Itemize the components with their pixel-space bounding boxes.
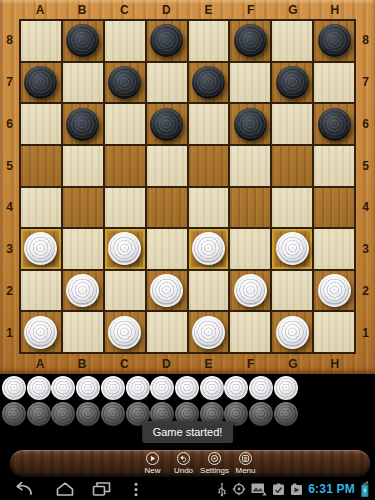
square-h6[interactable] — [314, 104, 354, 144]
square-b2[interactable] — [63, 271, 103, 311]
square-g5[interactable] — [272, 146, 312, 186]
white-man-c3[interactable] — [108, 232, 141, 265]
square-c7[interactable] — [105, 63, 145, 103]
square-g8[interactable] — [272, 21, 312, 61]
square-g3[interactable] — [272, 229, 312, 269]
square-f5[interactable] — [230, 146, 270, 186]
square-c3[interactable] — [105, 229, 145, 269]
square-e4[interactable] — [189, 188, 229, 228]
rank-label-4: 4 — [0, 187, 19, 229]
rank-label-1: 1 — [0, 312, 19, 354]
white-man-e3[interactable] — [192, 232, 225, 265]
square-h4[interactable] — [314, 188, 354, 228]
overflow-icon[interactable] — [133, 482, 139, 497]
square-d3[interactable] — [147, 229, 187, 269]
square-g4[interactable] — [272, 188, 312, 228]
file-label-g: G — [272, 354, 314, 374]
black-man-f8[interactable] — [234, 24, 267, 57]
install-check-icon — [272, 483, 285, 496]
square-h1[interactable] — [314, 312, 354, 352]
square-f3[interactable] — [230, 229, 270, 269]
square-a5[interactable] — [21, 146, 61, 186]
square-h7[interactable] — [314, 63, 354, 103]
square-b3[interactable] — [63, 229, 103, 269]
white-man-a1[interactable] — [24, 316, 57, 349]
undo-button[interactable]: Undo — [168, 452, 199, 475]
recents-icon[interactable] — [90, 481, 114, 497]
toast-message: Game started! — [142, 421, 234, 443]
square-d6[interactable] — [147, 104, 187, 144]
tray-white-piece — [224, 376, 248, 400]
black-man-f6[interactable] — [234, 108, 267, 141]
settings-icon — [208, 452, 221, 465]
white-man-e1[interactable] — [192, 316, 225, 349]
black-man-d8[interactable] — [150, 24, 183, 57]
black-man-a7[interactable] — [24, 66, 57, 99]
back-icon[interactable] — [11, 481, 35, 497]
tray-white-piece — [126, 376, 150, 400]
square-e2[interactable] — [189, 271, 229, 311]
square-g6[interactable] — [272, 104, 312, 144]
tray-gray-piece — [51, 402, 75, 426]
file-label-c: C — [103, 0, 145, 19]
square-h3[interactable] — [314, 229, 354, 269]
white-man-h2[interactable] — [318, 274, 351, 307]
settings-button-label: Settings — [200, 466, 229, 475]
rank-labels-right: 87654321 — [356, 19, 375, 354]
square-b1[interactable] — [63, 312, 103, 352]
square-e6[interactable] — [189, 104, 229, 144]
square-f2[interactable] — [230, 271, 270, 311]
square-f7[interactable] — [230, 63, 270, 103]
black-man-h6[interactable] — [318, 108, 351, 141]
clock-text: 6:31 PM — [308, 482, 355, 496]
file-label-e: E — [188, 354, 230, 374]
square-c2[interactable] — [105, 271, 145, 311]
square-g7[interactable] — [272, 63, 312, 103]
white-man-a3[interactable] — [24, 232, 57, 265]
square-a1[interactable] — [21, 312, 61, 352]
rank-label-5: 5 — [0, 145, 19, 187]
play-icon — [146, 452, 159, 465]
white-man-c1[interactable] — [108, 316, 141, 349]
menu-icon — [239, 452, 252, 465]
battery-charging-icon — [360, 481, 370, 498]
square-c5[interactable] — [105, 146, 145, 186]
square-b6[interactable] — [63, 104, 103, 144]
tray-white-piece — [2, 376, 26, 400]
file-label-a: A — [19, 0, 61, 19]
square-g1[interactable] — [272, 312, 312, 352]
tray-white-piece — [249, 376, 273, 400]
status-icons: 6:31 PM — [217, 478, 370, 500]
black-man-e7[interactable] — [192, 66, 225, 99]
tray-white-piece — [150, 376, 174, 400]
white-man-g3[interactable] — [276, 232, 309, 265]
square-h5[interactable] — [314, 146, 354, 186]
rank-label-5: 5 — [356, 145, 375, 187]
square-a8[interactable] — [21, 21, 61, 61]
black-man-b6[interactable] — [66, 108, 99, 141]
file-label-d: D — [145, 0, 187, 19]
screenshot-icon — [251, 482, 267, 496]
rank-label-7: 7 — [356, 61, 375, 103]
tray-white-piece — [274, 376, 298, 400]
menu-button-label: Menu — [235, 466, 255, 475]
rank-label-2: 2 — [356, 270, 375, 312]
square-a3[interactable] — [21, 229, 61, 269]
new-button-label: New — [144, 466, 160, 475]
square-a7[interactable] — [21, 63, 61, 103]
debug-icon — [232, 482, 246, 496]
square-d2[interactable] — [147, 271, 187, 311]
file-label-f: F — [230, 354, 272, 374]
rank-label-4: 4 — [356, 187, 375, 229]
tray-gray-piece — [27, 402, 51, 426]
tray-white-piece — [200, 376, 224, 400]
square-d4[interactable] — [147, 188, 187, 228]
square-c1[interactable] — [105, 312, 145, 352]
square-d5[interactable] — [147, 146, 187, 186]
tray-gray-piece — [2, 402, 26, 426]
tray-gray-piece — [101, 402, 125, 426]
white-man-g1[interactable] — [276, 316, 309, 349]
rank-label-8: 8 — [0, 19, 19, 61]
square-e1[interactable] — [189, 312, 229, 352]
black-man-d6[interactable] — [150, 108, 183, 141]
package-icon — [290, 483, 303, 496]
square-f6[interactable] — [230, 104, 270, 144]
game-toolbar: New Undo Settings Menu — [10, 450, 370, 477]
square-f8[interactable] — [230, 21, 270, 61]
square-h8[interactable] — [314, 21, 354, 61]
square-a4[interactable] — [21, 188, 61, 228]
rank-label-3: 3 — [356, 228, 375, 270]
square-c6[interactable] — [105, 104, 145, 144]
file-label-h: H — [314, 0, 356, 19]
square-e3[interactable] — [189, 229, 229, 269]
file-label-h: H — [314, 354, 356, 374]
checkers-board: ABCDEFGH ABCDEFGH 87654321 87654321 — [0, 0, 375, 374]
file-label-b: B — [61, 354, 103, 374]
file-label-e: E — [188, 0, 230, 19]
undo-button-label: Undo — [174, 466, 193, 475]
black-man-g7[interactable] — [276, 66, 309, 99]
undo-icon — [177, 452, 190, 465]
checkers-app-screen: ABCDEFGH ABCDEFGH 87654321 87654321 Game… — [0, 0, 375, 500]
home-icon[interactable] — [52, 481, 78, 497]
square-a6[interactable] — [21, 104, 61, 144]
file-label-g: G — [272, 0, 314, 19]
square-h2[interactable] — [314, 271, 354, 311]
file-label-d: D — [145, 354, 187, 374]
rank-label-6: 6 — [356, 103, 375, 145]
square-e8[interactable] — [189, 21, 229, 61]
square-d1[interactable] — [147, 312, 187, 352]
menu-button[interactable]: Menu — [230, 452, 261, 475]
toolbar-buttons: New Undo Settings Menu — [137, 452, 261, 475]
tray-gray-piece — [249, 402, 273, 426]
square-f4[interactable] — [230, 188, 270, 228]
file-labels-top: ABCDEFGH — [19, 0, 356, 19]
file-label-a: A — [19, 354, 61, 374]
tray-white-piece — [175, 376, 199, 400]
square-a2[interactable] — [21, 271, 61, 311]
white-piece-tray — [2, 376, 298, 400]
square-e5[interactable] — [189, 146, 229, 186]
tray-white-piece — [76, 376, 100, 400]
square-d7[interactable] — [147, 63, 187, 103]
white-man-f2[interactable] — [234, 274, 267, 307]
black-man-c7[interactable] — [108, 66, 141, 99]
settings-button[interactable]: Settings — [199, 452, 230, 475]
rank-labels-left: 87654321 — [0, 19, 19, 354]
tray-white-piece — [101, 376, 125, 400]
usb-icon — [217, 482, 227, 497]
square-g2[interactable] — [272, 271, 312, 311]
tray-white-piece — [51, 376, 75, 400]
rank-label-1: 1 — [356, 312, 375, 354]
rank-label-6: 6 — [0, 103, 19, 145]
black-man-b8[interactable] — [66, 24, 99, 57]
rank-label-2: 2 — [0, 270, 19, 312]
square-d8[interactable] — [147, 21, 187, 61]
android-system-bar: 6:31 PM — [0, 478, 375, 500]
square-b4[interactable] — [63, 188, 103, 228]
rank-label-3: 3 — [0, 228, 19, 270]
square-b8[interactable] — [63, 21, 103, 61]
file-labels-bottom: ABCDEFGH — [19, 354, 356, 374]
file-label-b: B — [61, 0, 103, 19]
file-label-c: C — [103, 354, 145, 374]
square-e7[interactable] — [189, 63, 229, 103]
black-man-h8[interactable] — [318, 24, 351, 57]
square-c8[interactable] — [105, 21, 145, 61]
tray-white-piece — [27, 376, 51, 400]
square-b5[interactable] — [63, 146, 103, 186]
tray-gray-piece — [274, 402, 298, 426]
rank-label-7: 7 — [0, 61, 19, 103]
square-f1[interactable] — [230, 312, 270, 352]
square-c4[interactable] — [105, 188, 145, 228]
square-b7[interactable] — [63, 63, 103, 103]
white-man-d2[interactable] — [150, 274, 183, 307]
board-grid — [19, 19, 356, 354]
tray-gray-piece — [76, 402, 100, 426]
rank-label-8: 8 — [356, 19, 375, 61]
white-man-b2[interactable] — [66, 274, 99, 307]
file-label-f: F — [230, 0, 272, 19]
new-button[interactable]: New — [137, 452, 168, 475]
